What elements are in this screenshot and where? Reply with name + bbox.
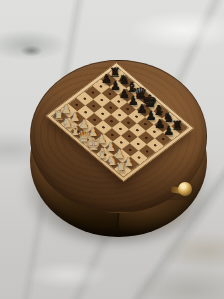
white-rook-h1[interactable]: ♜ bbox=[115, 161, 127, 174]
drawer-knob-icon bbox=[178, 182, 192, 196]
black-pawn-h7[interactable]: ♟ bbox=[164, 125, 175, 137]
photo-scene: ♜♞♝♛♚♝♞♜♟♟♟♟♟♟♟♟♟♟♟♟♟♟♟♟♜♞♝♛♚♝♞♜ bbox=[0, 0, 224, 299]
